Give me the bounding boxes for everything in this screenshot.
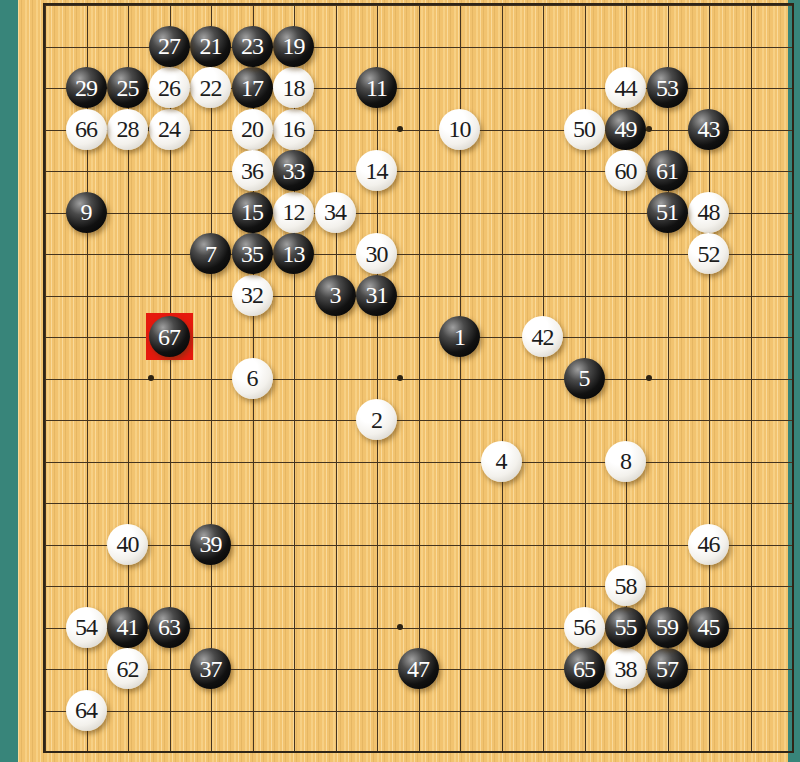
stone-move-16-white: 16 [273, 109, 314, 150]
stone-move-20-white: 20 [232, 109, 273, 150]
stone-move-15-black: 15 [232, 192, 273, 233]
stone-move-50-white: 50 [564, 109, 605, 150]
move-number: 46 [698, 532, 720, 556]
move-number: 9 [81, 200, 92, 224]
move-number: 62 [117, 657, 139, 681]
move-number: 4 [496, 449, 507, 473]
move-number: 15 [241, 200, 263, 224]
move-number: 44 [615, 76, 637, 100]
move-number: 58 [615, 574, 637, 598]
stone-move-37-black: 37 [190, 648, 231, 689]
move-number: 65 [573, 657, 595, 681]
move-number: 27 [158, 34, 180, 58]
move-number: 55 [615, 615, 637, 639]
move-number: 39 [200, 532, 222, 556]
stone-move-4-white: 4 [481, 441, 522, 482]
stone-move-51-black: 51 [647, 192, 688, 233]
move-number: 35 [241, 242, 263, 266]
move-number: 53 [656, 76, 678, 100]
move-number: 41 [117, 615, 139, 639]
stone-grid: 1234567891011121314151617181920212223242… [24, 0, 800, 762]
stone-move-12-white: 12 [273, 192, 314, 233]
stone-move-25-black: 25 [107, 67, 148, 108]
move-number: 37 [200, 657, 222, 681]
move-number: 36 [241, 159, 263, 183]
stone-move-29-black: 29 [66, 67, 107, 108]
stone-move-39-black: 39 [190, 524, 231, 565]
move-number: 57 [656, 657, 678, 681]
left-teal-border [0, 0, 18, 762]
move-number: 33 [283, 159, 305, 183]
stone-move-6-white: 6 [232, 358, 273, 399]
stone-move-61-black: 61 [647, 150, 688, 191]
stone-move-66-white: 66 [66, 109, 107, 150]
move-number: 11 [366, 76, 387, 100]
move-number: 24 [158, 117, 180, 141]
stone-move-30-white: 30 [356, 233, 397, 274]
stone-move-48-white: 48 [688, 192, 729, 233]
stone-move-45-black: 45 [688, 607, 729, 648]
move-number: 67 [158, 325, 180, 349]
move-number: 34 [324, 200, 346, 224]
stone-move-62-white: 62 [107, 648, 148, 689]
move-number: 38 [615, 657, 637, 681]
move-number: 32 [241, 283, 263, 307]
stone-move-9-black: 9 [66, 192, 107, 233]
stone-move-33-black: 33 [273, 150, 314, 191]
move-number: 8 [620, 449, 631, 473]
move-number: 64 [75, 698, 97, 722]
stone-move-38-white: 38 [605, 648, 646, 689]
stone-move-44-white: 44 [605, 67, 646, 108]
stone-move-36-white: 36 [232, 150, 273, 191]
move-number: 49 [615, 117, 637, 141]
stone-move-23-black: 23 [232, 26, 273, 67]
move-number: 40 [117, 532, 139, 556]
stone-move-67-black: 67 [149, 316, 190, 357]
stone-move-59-black: 59 [647, 607, 688, 648]
stone-move-52-white: 52 [688, 233, 729, 274]
move-number: 59 [656, 615, 678, 639]
stone-move-49-black: 49 [605, 109, 646, 150]
stone-move-47-black: 47 [398, 648, 439, 689]
move-number: 60 [615, 159, 637, 183]
move-number: 6 [247, 366, 258, 390]
stone-move-63-black: 63 [149, 607, 190, 648]
stone-move-65-black: 65 [564, 648, 605, 689]
stone-move-11-black: 11 [356, 67, 397, 108]
move-number: 1 [454, 325, 465, 349]
move-number: 22 [200, 76, 222, 100]
stone-move-5-black: 5 [564, 358, 605, 399]
stone-move-1-black: 1 [439, 316, 480, 357]
move-number: 13 [283, 242, 305, 266]
stone-move-57-black: 57 [647, 648, 688, 689]
stone-move-42-white: 42 [522, 316, 563, 357]
move-number: 51 [656, 200, 678, 224]
move-number: 30 [366, 242, 388, 266]
move-number: 28 [117, 117, 139, 141]
move-number: 63 [158, 615, 180, 639]
move-number: 26 [158, 76, 180, 100]
move-number: 31 [366, 283, 388, 307]
move-number: 12 [283, 200, 305, 224]
stone-move-24-white: 24 [149, 109, 190, 150]
move-number: 7 [205, 242, 216, 266]
stone-move-55-black: 55 [605, 607, 646, 648]
stone-move-28-white: 28 [107, 109, 148, 150]
stone-move-18-white: 18 [273, 67, 314, 108]
move-number: 52 [698, 242, 720, 266]
move-number: 14 [366, 159, 388, 183]
stone-move-7-black: 7 [190, 233, 231, 274]
stone-move-27-black: 27 [149, 26, 190, 67]
stone-move-31-black: 31 [356, 275, 397, 316]
move-number: 56 [573, 615, 595, 639]
stone-move-10-white: 10 [439, 109, 480, 150]
move-number: 21 [200, 34, 222, 58]
move-number: 48 [698, 200, 720, 224]
move-number: 54 [75, 615, 97, 639]
stone-move-34-white: 34 [315, 192, 356, 233]
move-number: 66 [75, 117, 97, 141]
move-number: 61 [656, 159, 678, 183]
stone-move-40-white: 40 [107, 524, 148, 565]
stone-move-64-white: 64 [66, 690, 107, 731]
move-number: 20 [241, 117, 263, 141]
stone-move-13-black: 13 [273, 233, 314, 274]
stone-move-8-white: 8 [605, 441, 646, 482]
move-number: 25 [117, 76, 139, 100]
stone-move-54-white: 54 [66, 607, 107, 648]
move-number: 17 [241, 76, 263, 100]
stone-move-43-black: 43 [688, 109, 729, 150]
move-number: 42 [532, 325, 554, 349]
stone-move-26-white: 26 [149, 67, 190, 108]
move-number: 23 [241, 34, 263, 58]
stone-move-53-black: 53 [647, 67, 688, 108]
move-number: 18 [283, 76, 305, 100]
stone-move-3-black: 3 [315, 275, 356, 316]
stone-move-17-black: 17 [232, 67, 273, 108]
stone-move-41-black: 41 [107, 607, 148, 648]
stone-move-21-black: 21 [190, 26, 231, 67]
move-number: 10 [449, 117, 471, 141]
move-number: 47 [407, 657, 429, 681]
stone-move-56-white: 56 [564, 607, 605, 648]
stone-move-35-black: 35 [232, 233, 273, 274]
move-number: 2 [371, 408, 382, 432]
move-number: 3 [330, 283, 341, 307]
stone-move-32-white: 32 [232, 275, 273, 316]
move-number: 5 [579, 366, 590, 390]
stone-move-2-white: 2 [356, 399, 397, 440]
stone-move-46-white: 46 [688, 524, 729, 565]
stone-move-14-white: 14 [356, 150, 397, 191]
move-number: 45 [698, 615, 720, 639]
move-number: 50 [573, 117, 595, 141]
stone-move-19-black: 19 [273, 26, 314, 67]
move-number: 29 [75, 76, 97, 100]
go-board: 1234567891011121314151617181920212223242… [18, 0, 788, 762]
stone-move-58-white: 58 [605, 565, 646, 606]
go-diagram-screenshot: 1234567891011121314151617181920212223242… [0, 0, 800, 762]
stone-move-60-white: 60 [605, 150, 646, 191]
move-number: 16 [283, 117, 305, 141]
move-number: 19 [283, 34, 305, 58]
move-number: 43 [698, 117, 720, 141]
stone-move-22-white: 22 [190, 67, 231, 108]
